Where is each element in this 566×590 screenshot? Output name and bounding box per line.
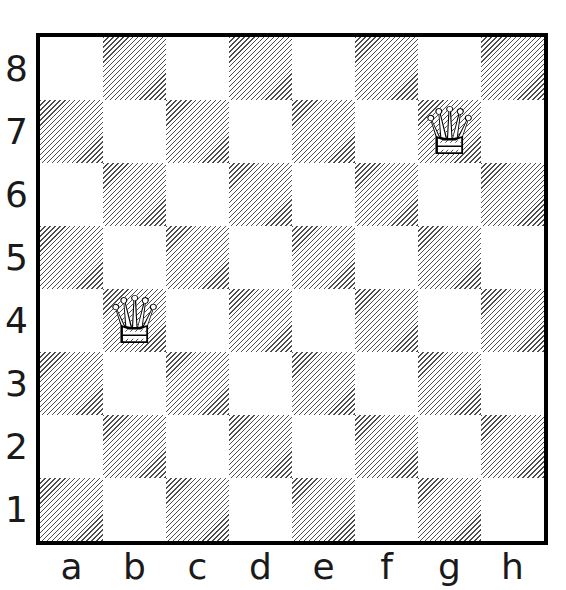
- square-f5[interactable]: [355, 226, 418, 289]
- square-b2[interactable]: [103, 415, 166, 478]
- square-b6[interactable]: [103, 163, 166, 226]
- square-g6[interactable]: [418, 163, 481, 226]
- square-h4[interactable]: [481, 289, 544, 352]
- square-b3[interactable]: [103, 352, 166, 415]
- rank-labels: 87654321: [0, 37, 33, 541]
- file-label-c: c: [166, 545, 229, 587]
- square-f6[interactable]: [355, 163, 418, 226]
- square-f3[interactable]: [355, 352, 418, 415]
- rank-label-2: 2: [0, 415, 33, 478]
- square-c4[interactable]: [166, 289, 229, 352]
- square-f2[interactable]: [355, 415, 418, 478]
- square-e7[interactable]: [292, 100, 355, 163]
- rank-label-1: 1: [0, 478, 33, 541]
- square-h7[interactable]: [481, 100, 544, 163]
- square-h5[interactable]: [481, 226, 544, 289]
- square-e3[interactable]: [292, 352, 355, 415]
- file-label-a: a: [40, 545, 103, 587]
- square-g2[interactable]: [418, 415, 481, 478]
- square-c2[interactable]: [166, 415, 229, 478]
- square-f7[interactable]: [355, 100, 418, 163]
- square-b5[interactable]: [103, 226, 166, 289]
- square-e4[interactable]: [292, 289, 355, 352]
- square-f4[interactable]: [355, 289, 418, 352]
- square-a2[interactable]: [40, 415, 103, 478]
- square-c5[interactable]: [166, 226, 229, 289]
- square-e8[interactable]: [292, 37, 355, 100]
- file-label-g: g: [418, 545, 481, 587]
- file-label-h: h: [481, 545, 544, 587]
- square-h1[interactable]: [481, 478, 544, 541]
- piece-outline-glyph: ♕: [105, 288, 164, 354]
- file-labels: abcdefgh: [40, 545, 544, 587]
- square-c7[interactable]: [166, 100, 229, 163]
- square-g3[interactable]: [418, 352, 481, 415]
- square-f8[interactable]: [355, 37, 418, 100]
- white-queen-g7[interactable]: ♛♕: [418, 100, 481, 163]
- square-h8[interactable]: [481, 37, 544, 100]
- chess-diagram: 87654321 ♛♕♛♕ abcdefgh: [0, 0, 566, 590]
- square-d8[interactable]: [229, 37, 292, 100]
- square-b8[interactable]: [103, 37, 166, 100]
- file-label-b: b: [103, 545, 166, 587]
- square-a6[interactable]: [40, 163, 103, 226]
- square-d3[interactable]: [229, 352, 292, 415]
- square-g8[interactable]: [418, 37, 481, 100]
- chess-board: ♛♕♛♕: [36, 33, 548, 545]
- square-e6[interactable]: [292, 163, 355, 226]
- square-a3[interactable]: [40, 352, 103, 415]
- square-b7[interactable]: [103, 100, 166, 163]
- square-h3[interactable]: [481, 352, 544, 415]
- square-d5[interactable]: [229, 226, 292, 289]
- white-queen-b4[interactable]: ♛♕: [103, 289, 166, 352]
- square-e1[interactable]: [292, 478, 355, 541]
- square-a1[interactable]: [40, 478, 103, 541]
- square-g1[interactable]: [418, 478, 481, 541]
- square-g7[interactable]: ♛♕: [418, 100, 481, 163]
- square-g4[interactable]: [418, 289, 481, 352]
- file-label-d: d: [229, 545, 292, 587]
- square-h6[interactable]: [481, 163, 544, 226]
- square-b4[interactable]: ♛♕: [103, 289, 166, 352]
- file-label-e: e: [292, 545, 355, 587]
- rank-label-4: 4: [0, 289, 33, 352]
- square-e2[interactable]: [292, 415, 355, 478]
- rank-label-8: 8: [0, 37, 33, 100]
- square-b1[interactable]: [103, 478, 166, 541]
- square-c1[interactable]: [166, 478, 229, 541]
- square-d4[interactable]: [229, 289, 292, 352]
- square-f1[interactable]: [355, 478, 418, 541]
- rank-label-7: 7: [0, 100, 33, 163]
- square-d7[interactable]: [229, 100, 292, 163]
- square-d6[interactable]: [229, 163, 292, 226]
- square-h2[interactable]: [481, 415, 544, 478]
- square-a8[interactable]: [40, 37, 103, 100]
- square-a4[interactable]: [40, 289, 103, 352]
- file-label-f: f: [355, 545, 418, 587]
- square-a5[interactable]: [40, 226, 103, 289]
- rank-label-5: 5: [0, 226, 33, 289]
- piece-outline-glyph: ♕: [420, 99, 479, 165]
- square-c8[interactable]: [166, 37, 229, 100]
- square-c6[interactable]: [166, 163, 229, 226]
- square-d1[interactable]: [229, 478, 292, 541]
- rank-label-3: 3: [0, 352, 33, 415]
- square-c3[interactable]: [166, 352, 229, 415]
- square-d2[interactable]: [229, 415, 292, 478]
- square-g5[interactable]: [418, 226, 481, 289]
- square-e5[interactable]: [292, 226, 355, 289]
- square-a7[interactable]: [40, 100, 103, 163]
- rank-label-6: 6: [0, 163, 33, 226]
